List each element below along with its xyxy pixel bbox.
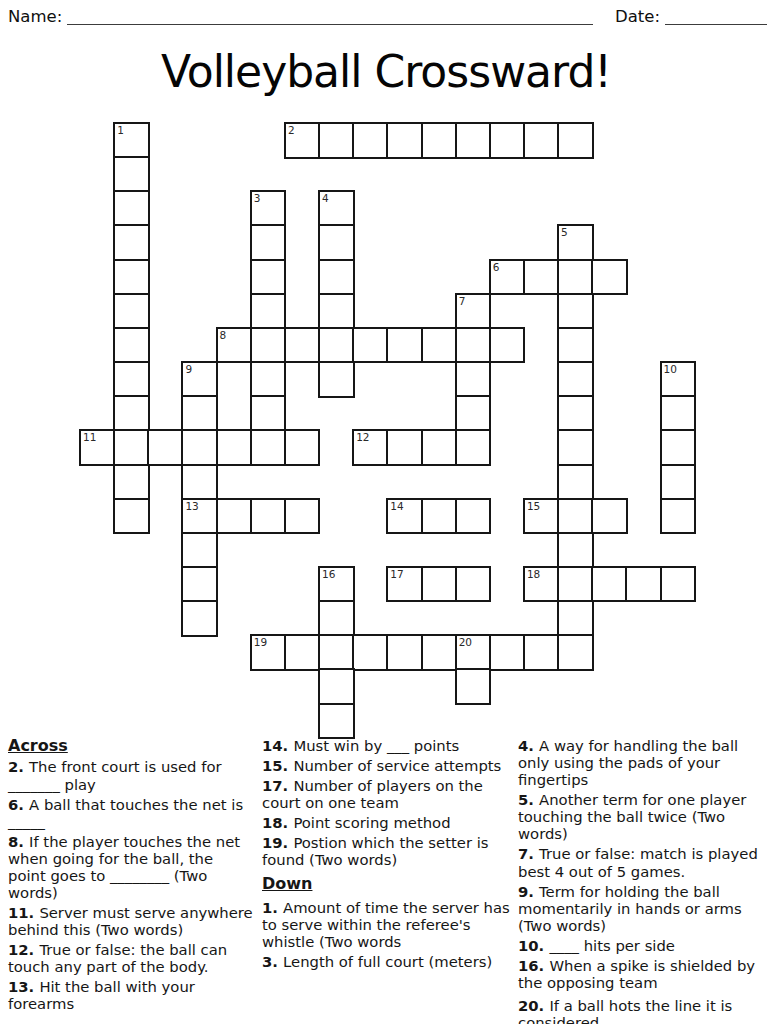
cell-r9c17[interactable]: [660, 429, 697, 466]
cell-r6c8[interactable]: [352, 327, 389, 364]
cell-r13c10[interactable]: [421, 566, 458, 603]
cell-number-17: 17: [390, 568, 403, 580]
cell-r11c10[interactable]: [421, 498, 458, 535]
cell-r8c5[interactable]: [250, 395, 287, 432]
cell-number-5: 5: [561, 226, 568, 238]
cell-number-10: 10: [664, 363, 677, 375]
cell-r13c17[interactable]: [660, 566, 697, 603]
cell-r6c5[interactable]: [250, 327, 287, 364]
cell-r3c1[interactable]: [113, 224, 150, 261]
cell-r11c11[interactable]: [455, 498, 492, 535]
clues-column-2: 14. Must win by ___ points15. Number of …: [262, 737, 512, 973]
name-fill-line[interactable]: [67, 8, 593, 25]
cell-number-20: 20: [459, 636, 472, 648]
clue-4: 4. A way for handling the ball only usin…: [518, 737, 770, 788]
cell-r9c14[interactable]: [557, 429, 594, 466]
clues-column-3: 4. A way for handling the ball only usin…: [518, 737, 770, 1024]
cell-r3c14[interactable]: 5: [557, 224, 594, 261]
cell-r4c7[interactable]: [318, 259, 355, 296]
cell-number-11: 11: [83, 431, 96, 443]
cell-r9c2[interactable]: [147, 429, 184, 466]
clue-6: 6. A ball that touches the net is _____: [8, 796, 254, 830]
cell-r10c17[interactable]: [660, 464, 697, 501]
cell-r7c7[interactable]: [318, 361, 355, 398]
cell-number-13: 13: [185, 500, 198, 512]
cell-number-14: 14: [390, 500, 403, 512]
cell-r6c12[interactable]: [489, 327, 526, 364]
cell-r13c14[interactable]: [557, 566, 594, 603]
cell-r3c5[interactable]: [250, 224, 287, 261]
cell-number-19: 19: [254, 636, 267, 648]
cell-number-16: 16: [322, 568, 335, 580]
cell-r16c7[interactable]: [318, 668, 355, 705]
cell-r5c11[interactable]: 7: [455, 293, 492, 330]
cell-r4c5[interactable]: [250, 259, 287, 296]
cell-r8c3[interactable]: [181, 395, 218, 432]
cell-r7c17[interactable]: 10: [660, 361, 697, 398]
cell-number-2: 2: [288, 124, 295, 136]
cell-number-6: 6: [493, 261, 500, 273]
name-label: Name:: [8, 7, 62, 26]
cell-r11c17[interactable]: [660, 498, 697, 535]
cell-r11c15[interactable]: [591, 498, 628, 535]
cell-r6c4[interactable]: 8: [216, 327, 253, 364]
cell-r7c5[interactable]: [250, 361, 287, 398]
down-header: Down: [262, 875, 512, 893]
cell-r2c5[interactable]: 3: [250, 190, 287, 227]
cell-r11c9[interactable]: 14: [386, 498, 423, 535]
cell-r0c6[interactable]: 2: [284, 122, 321, 159]
cell-r5c5[interactable]: [250, 293, 287, 330]
cell-r13c3[interactable]: [181, 566, 218, 603]
clue-16: 16. When a spike is shielded by the oppo…: [518, 957, 770, 991]
cell-r5c1[interactable]: [113, 293, 150, 330]
cell-r0c7[interactable]: [318, 122, 355, 159]
clue-5: 5. Another term for one player touching …: [518, 791, 770, 842]
clue-11: 11. Server must serve anywhere behind th…: [8, 904, 254, 938]
cell-r13c9[interactable]: 17: [386, 566, 423, 603]
cell-r15c13[interactable]: [523, 634, 560, 671]
cell-r14c3[interactable]: [181, 600, 218, 637]
cell-r4c1[interactable]: [113, 259, 150, 296]
cell-r9c0[interactable]: 11: [79, 429, 116, 466]
cell-r9c6[interactable]: [284, 429, 321, 466]
cell-r9c4[interactable]: [216, 429, 253, 466]
cell-r9c10[interactable]: [421, 429, 458, 466]
cell-r9c1[interactable]: [113, 429, 150, 466]
cell-number-8: 8: [220, 329, 227, 341]
cell-r5c14[interactable]: [557, 293, 594, 330]
clue-14: 14. Must win by ___ points: [262, 737, 512, 754]
cell-r2c1[interactable]: [113, 190, 150, 227]
clue-10: 10. ____ hits per side: [518, 937, 770, 954]
clue-1: 1. Amount of time the server has to serv…: [262, 899, 512, 950]
cell-r15c7[interactable]: [318, 634, 355, 671]
cell-r10c3[interactable]: [181, 464, 218, 501]
cell-r13c11[interactable]: [455, 566, 492, 603]
cell-r10c14[interactable]: [557, 464, 594, 501]
clue-8: 8. If the player touches the net when go…: [8, 833, 254, 901]
cell-r0c9[interactable]: [386, 122, 423, 159]
clue-17: 17. Number of players on the court on on…: [262, 777, 512, 811]
cell-r16c11[interactable]: [455, 668, 492, 705]
cell-r10c1[interactable]: [113, 464, 150, 501]
cell-r8c17[interactable]: [660, 395, 697, 432]
cell-number-9: 9: [185, 363, 192, 375]
cell-r11c6[interactable]: [284, 498, 321, 535]
cell-r15c11[interactable]: 20: [455, 634, 492, 671]
header-row: Name: Date:: [8, 7, 767, 26]
cell-r9c8[interactable]: 12: [352, 429, 389, 466]
cell-r2c7[interactable]: 4: [318, 190, 355, 227]
cell-r0c1[interactable]: 1: [113, 122, 150, 159]
clue-19: 19. Postion which the setter is found (T…: [262, 834, 512, 868]
crossword-grid: 1234567891011121314151617181920: [79, 122, 694, 737]
clue-3: 3. Length of full court (meters): [262, 953, 512, 970]
cell-r8c14[interactable]: [557, 395, 594, 432]
clue-18: 18. Point scoring method: [262, 814, 512, 831]
clue-12: 12. True or false: the ball can touch an…: [8, 941, 254, 975]
cell-r0c13[interactable]: [523, 122, 560, 159]
cell-r5c7[interactable]: [318, 293, 355, 330]
clues-column-1: Across2. The front court is used for ___…: [8, 737, 254, 1016]
cell-r13c15[interactable]: [591, 566, 628, 603]
cell-r12c14[interactable]: [557, 532, 594, 569]
clue-20: 20. If a ball hots the line it is consid…: [518, 997, 770, 1024]
clue-7: 7. True or false: match is played best 4…: [518, 845, 770, 879]
cell-r0c8[interactable]: [352, 122, 389, 159]
cell-r7c3[interactable]: 9: [181, 361, 218, 398]
cell-r15c12[interactable]: [489, 634, 526, 671]
cell-r17c7[interactable]: [318, 703, 355, 740]
cell-r6c7[interactable]: [318, 327, 355, 364]
clue-13: 13. Hit the ball with your forearms: [8, 978, 254, 1012]
cell-r11c13[interactable]: 15: [523, 498, 560, 535]
cell-number-15: 15: [527, 500, 540, 512]
cell-r6c1[interactable]: [113, 327, 150, 364]
cell-number-3: 3: [254, 192, 261, 204]
cell-r4c12[interactable]: 6: [489, 259, 526, 296]
clue-2: 2. The front court is used for _______ p…: [8, 758, 254, 792]
page-title: Volleyball Crossward!: [0, 46, 772, 97]
cell-r4c14[interactable]: [557, 259, 594, 296]
cell-number-7: 7: [459, 295, 466, 307]
cell-number-18: 18: [527, 568, 540, 580]
cell-number-12: 12: [356, 431, 369, 443]
cell-r12c3[interactable]: [181, 532, 218, 569]
cell-r9c9[interactable]: [386, 429, 423, 466]
cell-r13c13[interactable]: 18: [523, 566, 560, 603]
cell-r7c11[interactable]: [455, 361, 492, 398]
cell-r11c4[interactable]: [216, 498, 253, 535]
cell-r8c1[interactable]: [113, 395, 150, 432]
cell-r11c3[interactable]: 13: [181, 498, 218, 535]
cell-r11c14[interactable]: [557, 498, 594, 535]
cell-r11c5[interactable]: [250, 498, 287, 535]
cell-r15c14[interactable]: [557, 634, 594, 671]
cell-r6c10[interactable]: [421, 327, 458, 364]
cell-r14c14[interactable]: [557, 600, 594, 637]
cell-r0c14[interactable]: [557, 122, 594, 159]
cell-r15c6[interactable]: [284, 634, 321, 671]
date-fill-line[interactable]: [665, 8, 767, 25]
cell-r8c11[interactable]: [455, 395, 492, 432]
cell-r6c11[interactable]: [455, 327, 492, 364]
cell-r9c11[interactable]: [455, 429, 492, 466]
cell-r7c1[interactable]: [113, 361, 150, 398]
cell-r15c10[interactable]: [421, 634, 458, 671]
cell-r11c1[interactable]: [113, 498, 150, 535]
cell-r9c3[interactable]: [181, 429, 218, 466]
cell-r3c7[interactable]: [318, 224, 355, 261]
date-label: Date:: [615, 7, 660, 26]
cell-r14c7[interactable]: [318, 600, 355, 637]
cell-r9c5[interactable]: [250, 429, 287, 466]
cell-number-1: 1: [117, 124, 124, 136]
cell-r6c9[interactable]: [386, 327, 423, 364]
cell-r15c8[interactable]: [352, 634, 389, 671]
cell-r15c5[interactable]: 19: [250, 634, 287, 671]
clue-15: 15. Number of service attempts: [262, 757, 512, 774]
cell-r4c13[interactable]: [523, 259, 560, 296]
cell-r7c14[interactable]: [557, 361, 594, 398]
cell-r0c10[interactable]: [421, 122, 458, 159]
cell-r1c1[interactable]: [113, 156, 150, 193]
cell-r4c15[interactable]: [591, 259, 628, 296]
clue-9: 9. Term for holding the ball momentarily…: [518, 883, 770, 934]
cell-r13c16[interactable]: [625, 566, 662, 603]
across-header: Across: [8, 737, 254, 755]
cell-number-4: 4: [322, 192, 329, 204]
cell-r15c9[interactable]: [386, 634, 423, 671]
cell-r6c6[interactable]: [284, 327, 321, 364]
cell-r0c12[interactable]: [489, 122, 526, 159]
cell-r6c14[interactable]: [557, 327, 594, 364]
cell-r13c7[interactable]: 16: [318, 566, 355, 603]
cell-r0c11[interactable]: [455, 122, 492, 159]
